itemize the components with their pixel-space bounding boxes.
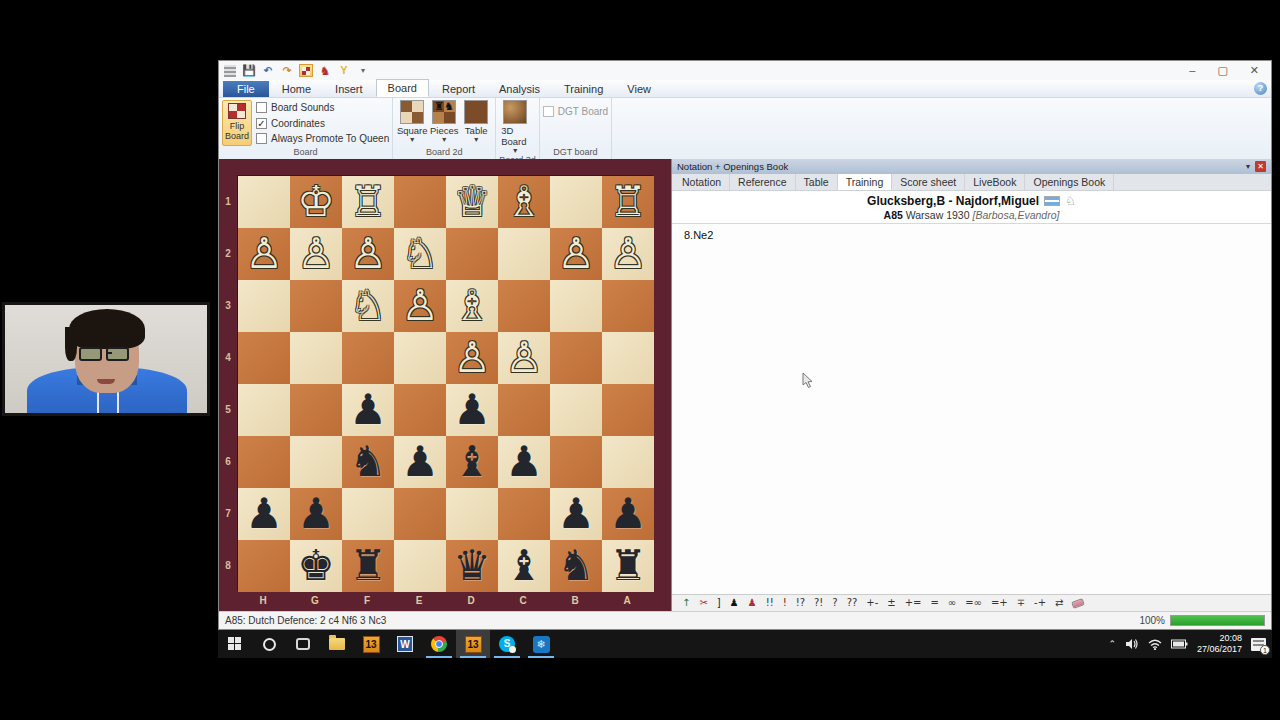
chevron-down-icon: ▼ <box>441 136 448 143</box>
trophy-icon[interactable]: Y <box>337 64 351 77</box>
white-bishop[interactable]: ♗ <box>498 176 550 228</box>
undo-icon[interactable]: ↶ <box>261 64 275 77</box>
annotator-text: [Barbosa,Evandro] <box>972 209 1059 221</box>
file-label-g: G <box>289 595 341 606</box>
black-queen[interactable]: ♛ <box>446 540 498 592</box>
annotation-toolbar: ↑✂]♟♟!!!!??!???+-±+==∞=∞=+∓-+⇄ <box>672 594 1271 611</box>
square-c1[interactable]: ♗ <box>498 176 550 228</box>
file-label-h: H <box>237 595 289 606</box>
redo-icon[interactable]: ↷ <box>280 64 294 77</box>
players-names: Glucksberg,B - Najdorf,Miguel <box>867 194 1039 208</box>
square-c6[interactable]: ♟ <box>498 436 550 488</box>
file-explorer-icon <box>329 638 345 650</box>
tab-reference[interactable]: Reference <box>730 174 795 190</box>
annotation-symbol[interactable]: ⇄ <box>1055 598 1063 608</box>
ribbon-tab-training[interactable]: Training <box>553 81 614 97</box>
ribbon-group-board: Flip Board Board Sounds✓CoordinatesAlway… <box>219 98 393 159</box>
running-indicator <box>426 656 452 658</box>
square-b5[interactable] <box>550 384 602 436</box>
progress-bar <box>1170 615 1265 626</box>
annotation-symbol[interactable]: = <box>930 598 938 608</box>
square-d6[interactable]: ♝ <box>446 436 498 488</box>
square-g6[interactable] <box>290 436 342 488</box>
black-pawn[interactable]: ♟ <box>498 436 550 488</box>
square-d3[interactable]: ♗ <box>446 280 498 332</box>
ribbon-tab-view[interactable]: View <box>616 81 662 97</box>
square-h3[interactable] <box>238 280 290 332</box>
eraser-icon[interactable] <box>1072 598 1086 609</box>
app-icon <box>223 64 237 77</box>
square-e3[interactable]: ♙ <box>394 280 446 332</box>
square-g4[interactable] <box>290 332 342 384</box>
save-icon[interactable]: 💾 <box>242 64 256 77</box>
square-g1[interactable]: ♔ <box>290 176 342 228</box>
speaker-icon[interactable] <box>1125 638 1139 650</box>
black-knight[interactable]: ♞ <box>550 540 602 592</box>
square-f8[interactable]: ♜ <box>342 540 394 592</box>
file-label-f: F <box>341 595 393 606</box>
annotation-symbol[interactable]: -+ <box>1034 598 1046 608</box>
opening-status-text: A85: Dutch Defence: 2 c4 Nf6 3 Nc3 <box>225 615 386 626</box>
running-indicator <box>460 656 486 658</box>
close-button[interactable]: ✕ <box>1250 64 1259 77</box>
ribbon-tab-insert[interactable]: Insert <box>324 81 374 97</box>
square-b2[interactable]: ♙ <box>550 228 602 280</box>
square-a8[interactable]: ♜ <box>602 540 654 592</box>
checkbox-icon: ✓ <box>256 118 267 129</box>
square-c3[interactable] <box>498 280 550 332</box>
checkbox-icon <box>256 102 267 113</box>
ribbon-tab-file[interactable]: File <box>223 81 269 97</box>
checkbox-label: Coordinates <box>271 118 325 129</box>
square-a3[interactable] <box>602 280 654 332</box>
annotation-symbol[interactable]: ♟ <box>730 598 739 608</box>
annotation-symbol[interactable]: ?! <box>814 598 823 608</box>
white-pawn[interactable]: ♙ <box>290 228 342 280</box>
black-pawn[interactable]: ♟ <box>342 384 394 436</box>
table-thumbnail-icon <box>464 100 488 124</box>
square-thumbnail-icon <box>400 100 424 124</box>
square-a7[interactable]: ♟ <box>602 488 654 540</box>
square-d1[interactable]: ♕ <box>446 176 498 228</box>
checkbox-icon <box>543 106 554 117</box>
ribbon-tab-home[interactable]: Home <box>271 81 322 97</box>
square-g5[interactable] <box>290 384 342 436</box>
black-pawn[interactable]: ♟ <box>602 488 654 540</box>
square-c5[interactable] <box>498 384 550 436</box>
notification-badge: 1 <box>1260 645 1270 655</box>
square-b3[interactable] <box>550 280 602 332</box>
square-d2[interactable] <box>446 228 498 280</box>
pieces-thumbnail-icon: ♜♞ <box>432 100 456 124</box>
webcam-overlay <box>2 302 210 416</box>
board3d-button[interactable]: 3D Board ▼ <box>501 100 529 154</box>
square-button[interactable]: Square▼ <box>398 100 426 143</box>
ribbon-tab-report[interactable]: Report <box>431 81 486 97</box>
annotation-symbol[interactable]: !? <box>796 598 805 608</box>
annotation-symbol[interactable]: ♟ <box>748 598 757 608</box>
progress-percent: 100% <box>1139 615 1165 626</box>
move-list[interactable]: 8.Ne2 <box>672 224 1271 594</box>
ribbon-tab-analysis[interactable]: Analysis <box>488 81 551 97</box>
square-f4[interactable] <box>342 332 394 384</box>
taskbar-item-skype[interactable]: S <box>490 630 524 658</box>
tab-score-sheet[interactable]: Score sheet <box>892 174 965 190</box>
chessbase13-icon: 13 <box>363 636 380 653</box>
annotation-symbol[interactable]: ± <box>887 598 895 608</box>
black-pawn[interactable]: ♟ <box>238 488 290 540</box>
annotation-symbol[interactable]: ↑ <box>682 598 690 608</box>
word-icon: W <box>397 636 413 652</box>
wifi-icon[interactable] <box>1148 639 1162 650</box>
rank-label-7: 7 <box>221 487 235 539</box>
black-pawn[interactable]: ♟ <box>394 436 446 488</box>
white-pawn[interactable]: ♙ <box>342 228 394 280</box>
mouse-cursor <box>802 372 814 389</box>
taskbar-clock[interactable]: 20:08 27/06/2017 <box>1197 633 1242 656</box>
taskbar-item-task-view[interactable] <box>286 630 320 658</box>
square-d7[interactable] <box>446 488 498 540</box>
file-label-e: E <box>393 595 445 606</box>
square-c4[interactable]: ♙ <box>498 332 550 384</box>
pieces-button[interactable]: ♜♞Pieces▼ <box>430 100 458 143</box>
white-pawn[interactable]: ♙ <box>394 280 446 332</box>
square-e7[interactable] <box>394 488 446 540</box>
annotation-symbol[interactable]: ? <box>832 598 837 608</box>
taskbar-item-cortana[interactable] <box>252 630 286 658</box>
rank-label-1: 1 <box>221 175 235 227</box>
file-label-b: B <box>549 595 601 606</box>
flip-board-button[interactable]: Flip Board <box>222 100 252 146</box>
knight-icon[interactable]: ♞ <box>318 64 332 77</box>
square-h8[interactable] <box>238 540 290 592</box>
square-e4[interactable] <box>394 332 446 384</box>
square-a1[interactable]: ♖ <box>602 176 654 228</box>
table-button[interactable]: Table▼ <box>462 100 490 143</box>
presenter-glasses <box>79 347 129 361</box>
presenter-hair <box>69 309 145 349</box>
rank-label-6: 6 <box>221 435 235 487</box>
square-a6[interactable] <box>602 436 654 488</box>
taskbar-item-word[interactable]: W <box>388 630 422 658</box>
annotation-symbol[interactable]: ∓ <box>1017 598 1025 608</box>
title-bar: 💾 ↶ ↷ ♞ Y ▾ – ▢ ✕ <box>219 61 1271 80</box>
annotation-symbol[interactable]: +- <box>866 598 878 608</box>
square-f5[interactable]: ♟ <box>342 384 394 436</box>
square-d4[interactable]: ♙ <box>446 332 498 384</box>
blue-app-icon: ❄ <box>533 636 550 653</box>
taskbar-item-chessbase-13-active[interactable]: 13 <box>456 630 490 658</box>
battery-icon[interactable] <box>1171 639 1188 649</box>
chrome-icon <box>431 636 447 652</box>
tray-chevron-icon[interactable]: ⌃ <box>1108 639 1116 649</box>
square-e1[interactable] <box>394 176 446 228</box>
checkbox-board-sounds[interactable]: Board Sounds <box>256 102 389 113</box>
black-pawn[interactable]: ♟ <box>446 384 498 436</box>
black-pawn[interactable]: ♟ <box>550 488 602 540</box>
flip-board-label: Flip Board <box>223 121 251 142</box>
flip-board-icon <box>228 103 246 119</box>
running-indicator <box>494 656 520 658</box>
checkbox-always-promote-to-queen[interactable]: Always Promote To Queen <box>256 133 389 144</box>
game-header: Glucksberg,B - Najdorf,Miguel ♘ A85 Wars… <box>672 191 1271 224</box>
action-center-icon[interactable]: 1 <box>1251 638 1266 651</box>
annotation-symbol[interactable]: =+ <box>991 598 1008 608</box>
square-b8[interactable]: ♞ <box>550 540 602 592</box>
black-king[interactable]: ♚ <box>290 540 342 592</box>
annotation-symbol[interactable]: ] <box>717 598 721 608</box>
square-e5[interactable] <box>394 384 446 436</box>
chessbase-window: 💾 ↶ ↷ ♞ Y ▾ – ▢ ✕ FileHomeInsertBoardRep… <box>218 60 1272 630</box>
webcam-video <box>5 305 207 413</box>
square-b1[interactable] <box>550 176 602 228</box>
square-b4[interactable] <box>550 332 602 384</box>
white-rook[interactable]: ♖ <box>342 176 394 228</box>
black-bishop[interactable]: ♝ <box>446 436 498 488</box>
taskbar-item-chessbase-13[interactable]: 13 <box>354 630 388 658</box>
checkbox-label: Always Promote To Queen <box>271 133 389 144</box>
checkbox-icon <box>256 133 267 144</box>
ribbon-tab-bar: FileHomeInsertBoardReportAnalysisTrainin… <box>219 80 1271 98</box>
file-label-d: D <box>445 595 497 606</box>
help-icon[interactable]: ? <box>1254 82 1267 95</box>
annotation-symbol[interactable]: ! <box>783 598 787 608</box>
square-h5[interactable] <box>238 384 290 436</box>
annotation-symbol[interactable]: ∞ <box>948 598 956 608</box>
annotation-symbol[interactable]: += <box>905 598 922 608</box>
checkbox-coordinates[interactable]: ✓Coordinates <box>256 118 389 129</box>
square-b7[interactable]: ♟ <box>550 488 602 540</box>
square-c2[interactable] <box>498 228 550 280</box>
square-c8[interactable]: ♝ <box>498 540 550 592</box>
square-d8[interactable]: ♛ <box>446 540 498 592</box>
rank-label-5: 5 <box>221 383 235 435</box>
move-text[interactable]: 8.Ne2 <box>684 229 713 241</box>
checkbox-label: Board Sounds <box>271 102 334 113</box>
white-queen[interactable]: ♕ <box>446 176 498 228</box>
square-e8[interactable] <box>394 540 446 592</box>
tab-training[interactable]: Training <box>838 174 893 190</box>
square-h1[interactable] <box>238 176 290 228</box>
task-view-icon <box>296 638 310 650</box>
panel-title-bar: Notation + Openings Book ▾ ✕ <box>672 159 1271 174</box>
rank-label-2: 2 <box>221 227 235 279</box>
group-label-board2d: Board 2d <box>396 146 492 159</box>
black-rook[interactable]: ♜ <box>602 540 654 592</box>
square-f1[interactable]: ♖ <box>342 176 394 228</box>
panel-close-icon[interactable]: ✕ <box>1255 161 1266 172</box>
eco-code: A85 <box>884 209 903 221</box>
group-label-dgt: DGT board <box>543 146 608 159</box>
white-king[interactable]: ♔ <box>290 176 342 228</box>
chevron-down-icon: ▼ <box>409 136 416 143</box>
annotation-symbol[interactable]: !! <box>766 598 774 608</box>
white-rook[interactable]: ♖ <box>602 176 654 228</box>
board-window-icon[interactable] <box>299 64 313 77</box>
rank-labels: 12345678 <box>221 175 235 591</box>
annotation-symbol[interactable]: =∞ <box>965 598 982 608</box>
white-pawn[interactable]: ♙ <box>498 332 550 384</box>
book-progress: 100% <box>1139 615 1265 626</box>
window-controls: – ▢ ✕ <box>1189 64 1267 77</box>
white-pawn[interactable]: ♙ <box>550 228 602 280</box>
qat-dropdown-icon[interactable]: ▾ <box>356 64 370 77</box>
running-indicator <box>528 656 554 658</box>
square-g2[interactable]: ♙ <box>290 228 342 280</box>
square-h6[interactable] <box>238 436 290 488</box>
maximize-button[interactable]: ▢ <box>1217 64 1227 77</box>
square-a5[interactable] <box>602 384 654 436</box>
square-h2[interactable]: ♙ <box>238 228 290 280</box>
tab-notation[interactable]: Notation <box>674 174 730 190</box>
skype-icon: S <box>499 636 515 652</box>
status-bar: A85: Dutch Defence: 2 c4 Nf6 3 Nc3 100% <box>219 611 1271 629</box>
square-d5[interactable]: ♟ <box>446 384 498 436</box>
tray-time: 20:08 <box>1197 633 1242 644</box>
ribbon-group-dgt: DGT Board DGT board <box>540 98 612 159</box>
taskbar-item-chrome[interactable] <box>422 630 456 658</box>
white-bishop[interactable]: ♗ <box>446 280 498 332</box>
tab-livebook[interactable]: LiveBook <box>965 174 1025 190</box>
chess-board[interactable]: ♔♖♕♗♖♙♙♙♘♙♙♘♙♗♙♙♟♟♞♟♝♟♟♟♟♟♚♜♛♝♞♜ <box>237 175 653 591</box>
rank-label-8: 8 <box>221 539 235 591</box>
square-h7[interactable]: ♟ <box>238 488 290 540</box>
file-label-a: A <box>601 595 653 606</box>
board-panel: 12345678 ♔♖♕♗♖♙♙♙♘♙♙♘♙♗♙♙♟♟♞♟♝♟♟♟♟♟♚♜♛♝♞… <box>219 159 671 611</box>
square-f2[interactable]: ♙ <box>342 228 394 280</box>
square-e6[interactable]: ♟ <box>394 436 446 488</box>
dgt-board-checkbox[interactable]: DGT Board <box>543 100 608 117</box>
white-pawn[interactable]: ♙ <box>238 228 290 280</box>
chessbase13-icon: 13 <box>465 636 482 653</box>
file-label-c: C <box>497 595 549 606</box>
white-knight[interactable]: ♘ <box>394 228 446 280</box>
square-g3[interactable] <box>290 280 342 332</box>
windows-logo-icon <box>228 637 242 651</box>
black-rook[interactable]: ♜ <box>342 540 394 592</box>
black-pawn[interactable]: ♟ <box>290 488 342 540</box>
square-h4[interactable] <box>238 332 290 384</box>
square-f3[interactable]: ♘ <box>342 280 394 332</box>
tab-openings-book[interactable]: Openings Book <box>1025 174 1114 190</box>
square-b6[interactable] <box>550 436 602 488</box>
board3d-thumbnail-icon <box>503 100 527 124</box>
square-g7[interactable]: ♟ <box>290 488 342 540</box>
taskbar-item-start[interactable] <box>218 630 252 658</box>
taskbar-item-file-explorer[interactable] <box>320 630 354 658</box>
tab-table[interactable]: Table <box>796 174 838 190</box>
ribbon-group-board2d: Square▼♜♞Pieces▼Table▼ Board 2d <box>393 98 496 159</box>
white-pawn[interactable]: ♙ <box>602 228 654 280</box>
windows-taskbar: 13W13S❄ ⌃ 20:08 27/06/2017 1 <box>218 630 1272 658</box>
ribbon-group-board3d: 3D Board ▼ Board 3d <box>496 98 540 159</box>
white-knight[interactable]: ♘ <box>342 280 394 332</box>
square-a2[interactable]: ♙ <box>602 228 654 280</box>
event-text: Warsaw 1930 <box>906 209 970 221</box>
annotation-symbol[interactable]: ✂ <box>699 598 707 608</box>
quick-access-toolbar: 💾 ↶ ↷ ♞ Y ▾ <box>223 64 370 77</box>
argentina-flag-icon <box>1044 196 1060 206</box>
square-a4[interactable] <box>602 332 654 384</box>
square-g8[interactable]: ♚ <box>290 540 342 592</box>
square-e2[interactable]: ♘ <box>394 228 446 280</box>
notation-tab-bar: NotationReferenceTableTrainingScore shee… <box>672 174 1271 191</box>
ribbon: Flip Board Board Sounds✓CoordinatesAlway… <box>219 98 1271 159</box>
notation-panel: Notation + Openings Book ▾ ✕ NotationRef… <box>671 159 1271 611</box>
square-f6[interactable]: ♞ <box>342 436 394 488</box>
tray-date: 27/06/2017 <box>1197 644 1242 655</box>
panel-menu-icon[interactable]: ▾ <box>1246 162 1250 171</box>
black-bishop[interactable]: ♝ <box>498 540 550 592</box>
rank-label-3: 3 <box>221 279 235 331</box>
group-label-board: Board <box>222 146 389 159</box>
square-f7[interactable] <box>342 488 394 540</box>
square-c7[interactable] <box>498 488 550 540</box>
annotation-symbol[interactable]: ?? <box>847 598 858 608</box>
chevron-down-icon: ▼ <box>512 147 519 154</box>
panel-title: Notation + Openings Book <box>677 161 788 172</box>
board-options: Board Sounds✓CoordinatesAlways Promote T… <box>252 100 389 146</box>
ribbon-tab-board[interactable]: Board <box>376 79 429 97</box>
chevron-down-icon: ▼ <box>473 136 480 143</box>
cortana-icon <box>263 638 276 651</box>
file-labels: HGFEDCBA <box>237 595 653 606</box>
knight-icon: ♘ <box>1065 194 1076 208</box>
white-pawn[interactable]: ♙ <box>446 332 498 384</box>
black-knight[interactable]: ♞ <box>342 436 394 488</box>
rank-label-4: 4 <box>221 331 235 383</box>
taskbar-item-blue-app[interactable]: ❄ <box>524 630 558 658</box>
system-tray: ⌃ 20:08 27/06/2017 1 <box>1108 633 1272 656</box>
minimize-button[interactable]: – <box>1189 64 1195 77</box>
